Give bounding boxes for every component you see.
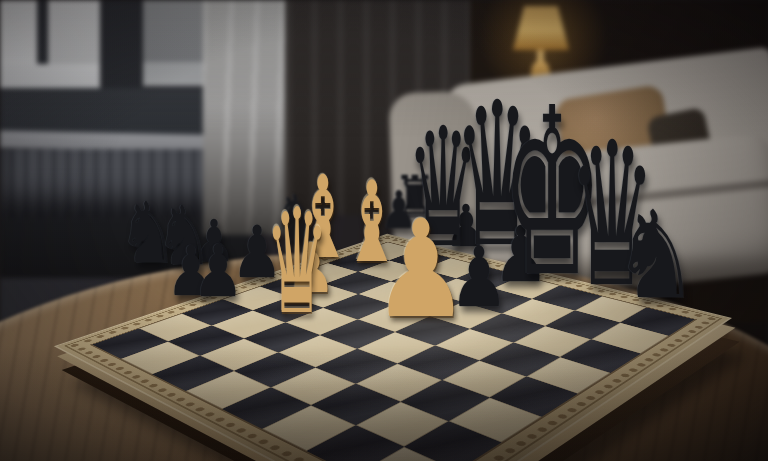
pieces-layer: ♞♞♟♟♟♟♞♟♜♛♟♛♟♚♟♛♞♛♟♝♝♟ xyxy=(0,0,768,461)
piece-black-pawn-c6: ♟ xyxy=(192,235,244,307)
piece-black-knight-h7: ♞ xyxy=(613,195,698,316)
piece-light-queen-c5: ♛ xyxy=(265,190,329,335)
piece-light-pawn-e5: ♟ xyxy=(373,202,470,337)
photo-scene: ♞♞♟♟♟♟♞♟♜♛♟♛♟♚♟♛♞♛♟♝♝♟ xyxy=(0,0,768,461)
